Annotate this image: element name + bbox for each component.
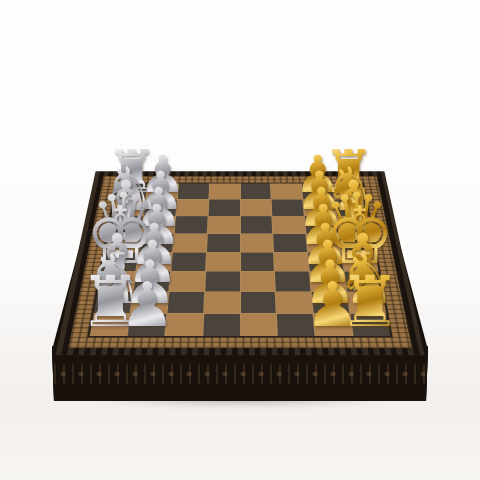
square-e8 (342, 252, 378, 271)
board-grid (90, 183, 391, 336)
square-b1 (112, 199, 146, 215)
scene: ♜♟♟♜♞♟♟♞♝♟♟♝♛♟♟♛♚♟♟♚♝♟♟♝♞♟♟♞♜♟♟♜ (0, 0, 480, 480)
square-b5 (240, 199, 271, 215)
square-d1 (105, 234, 140, 252)
square-d8 (340, 234, 375, 252)
square-d3 (173, 234, 207, 252)
square-c7 (305, 216, 339, 233)
square-g2 (131, 292, 169, 313)
square-e3 (171, 252, 206, 271)
square-a8 (333, 183, 366, 198)
square-d5 (240, 234, 273, 252)
square-h2 (127, 314, 166, 336)
square-b6 (272, 199, 304, 215)
square-g1 (94, 292, 132, 313)
square-e5 (241, 252, 275, 271)
square-c6 (273, 216, 306, 233)
square-a5 (240, 183, 271, 198)
square-f3 (169, 272, 205, 292)
square-c1 (108, 216, 142, 233)
square-c8 (337, 216, 371, 233)
square-h8 (351, 314, 391, 336)
square-a3 (178, 183, 209, 198)
square-c4 (207, 216, 239, 233)
square-h6 (277, 314, 315, 336)
square-a7 (302, 183, 334, 198)
square-c3 (174, 216, 207, 233)
square-e2 (136, 252, 171, 271)
square-f4 (205, 272, 240, 292)
square-h7 (314, 314, 353, 336)
square-a1 (115, 183, 148, 198)
square-d6 (274, 234, 308, 252)
square-a2 (146, 183, 178, 198)
square-d2 (139, 234, 174, 252)
square-h3 (165, 314, 203, 336)
square-b7 (303, 199, 336, 215)
square-e4 (206, 252, 240, 271)
square-b4 (208, 199, 239, 215)
square-g3 (167, 292, 204, 313)
square-e1 (102, 252, 138, 271)
square-g5 (241, 292, 277, 313)
square-g7 (312, 292, 350, 313)
square-h5 (241, 314, 278, 336)
square-f1 (98, 272, 135, 292)
square-f8 (345, 272, 382, 292)
square-b8 (335, 199, 369, 215)
square-a6 (271, 183, 302, 198)
square-e7 (308, 252, 343, 271)
square-c5 (240, 216, 272, 233)
chess-board (55, 171, 424, 355)
square-a4 (209, 183, 240, 198)
square-h4 (203, 314, 240, 336)
square-f2 (133, 272, 169, 292)
square-d7 (307, 234, 342, 252)
square-f6 (275, 272, 311, 292)
square-h1 (90, 314, 130, 336)
square-d4 (207, 234, 240, 252)
square-g6 (276, 292, 313, 313)
square-b3 (176, 199, 208, 215)
square-b2 (144, 199, 177, 215)
square-e6 (274, 252, 309, 271)
square-c2 (141, 216, 175, 233)
square-g8 (348, 292, 386, 313)
square-f5 (241, 272, 276, 292)
square-g4 (204, 292, 240, 313)
square-f7 (310, 272, 346, 292)
